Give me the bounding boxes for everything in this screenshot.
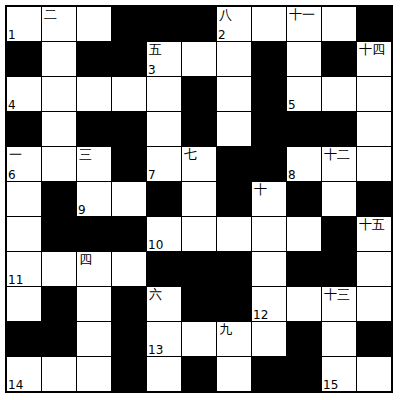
block-cell-1-3 <box>112 42 146 76</box>
cell-10-4[interactable] <box>147 357 181 391</box>
block-cell-6-9 <box>322 217 356 251</box>
across-clue-number: 11 <box>8 274 23 286</box>
block-cell-0-10 <box>357 7 391 41</box>
cell-9-5[interactable] <box>182 322 216 356</box>
down-clue-number: 十 <box>254 182 267 197</box>
cell-6-10[interactable]: 十五 <box>357 217 391 251</box>
block-cell-3-7 <box>252 112 286 146</box>
across-clue-number: 12 <box>253 309 268 321</box>
block-cell-10-3 <box>112 357 146 391</box>
cell-10-1[interactable] <box>42 357 76 391</box>
block-cell-9-10 <box>357 322 391 356</box>
block-cell-3-3 <box>112 112 146 146</box>
cell-8-8[interactable] <box>287 287 321 321</box>
block-cell-9-0 <box>7 322 41 356</box>
cell-1-4[interactable]: 五3 <box>147 42 181 76</box>
across-clue-number: 3 <box>148 64 156 76</box>
cell-2-8[interactable]: 5 <box>287 77 321 111</box>
cell-0-8[interactable]: 十一 <box>287 7 321 41</box>
block-cell-9-1 <box>42 322 76 356</box>
block-cell-0-5 <box>182 7 216 41</box>
cell-5-3[interactable] <box>112 182 146 216</box>
cell-4-2[interactable]: 三 <box>77 147 111 181</box>
across-clue-number: 9 <box>78 204 86 216</box>
down-clue-number: 十一 <box>289 7 315 22</box>
cell-5-5[interactable] <box>182 182 216 216</box>
cell-7-3[interactable] <box>112 252 146 286</box>
cell-5-0[interactable] <box>7 182 41 216</box>
cell-1-1[interactable] <box>42 42 76 76</box>
block-cell-7-9 <box>322 252 356 286</box>
across-clue-number: 10 <box>148 239 163 251</box>
block-cell-2-5 <box>182 77 216 111</box>
across-clue-number: 6 <box>8 169 16 181</box>
down-clue-number: 九 <box>219 322 232 337</box>
block-cell-10-8 <box>287 357 321 391</box>
cell-6-6[interactable] <box>217 217 251 251</box>
block-cell-3-5 <box>182 112 216 146</box>
block-cell-8-3 <box>112 287 146 321</box>
block-cell-1-0 <box>7 42 41 76</box>
block-cell-3-2 <box>77 112 111 146</box>
cell-0-1[interactable]: 二 <box>42 7 76 41</box>
cell-5-7[interactable]: 十 <box>252 182 286 216</box>
block-cell-6-3 <box>112 217 146 251</box>
cell-8-2[interactable] <box>77 287 111 321</box>
cell-6-8[interactable] <box>287 217 321 251</box>
cell-0-7[interactable] <box>252 7 286 41</box>
cell-8-4[interactable]: 六 <box>147 287 181 321</box>
cell-10-6[interactable] <box>217 357 251 391</box>
cell-4-0[interactable]: 一6 <box>7 147 41 181</box>
block-cell-7-5 <box>182 252 216 286</box>
cell-8-9[interactable]: 十三 <box>322 287 356 321</box>
cell-8-10[interactable] <box>357 287 391 321</box>
down-clue-number: 三 <box>79 147 92 162</box>
cell-9-6[interactable]: 九 <box>217 322 251 356</box>
down-clue-number: 六 <box>149 287 162 302</box>
cell-6-5[interactable] <box>182 217 216 251</box>
cell-6-0[interactable] <box>7 217 41 251</box>
cell-9-2[interactable] <box>77 322 111 356</box>
cell-2-0[interactable]: 4 <box>7 77 41 111</box>
across-clue-number: 2 <box>218 29 226 41</box>
across-clue-number: 8 <box>288 169 296 181</box>
block-cell-4-6 <box>217 147 251 181</box>
across-clue-number: 14 <box>8 379 23 391</box>
block-cell-1-7 <box>252 42 286 76</box>
block-cell-7-6 <box>217 252 251 286</box>
block-cell-0-3 <box>112 7 146 41</box>
cell-7-0[interactable]: 11 <box>7 252 41 286</box>
down-clue-number: 十五 <box>359 217 385 232</box>
block-cell-8-1 <box>42 287 76 321</box>
block-cell-5-1 <box>42 182 76 216</box>
block-cell-8-5 <box>182 287 216 321</box>
cell-10-9[interactable]: 15 <box>322 357 356 391</box>
block-cell-10-7 <box>252 357 286 391</box>
block-cell-0-4 <box>147 7 181 41</box>
cell-0-6[interactable]: 八2 <box>217 7 251 41</box>
block-cell-1-9 <box>322 42 356 76</box>
cell-2-6[interactable] <box>217 77 251 111</box>
block-cell-4-3 <box>112 147 146 181</box>
block-cell-5-4 <box>147 182 181 216</box>
cell-2-10[interactable] <box>357 77 391 111</box>
down-clue-number: 十三 <box>324 287 350 302</box>
cell-9-7[interactable] <box>252 322 286 356</box>
cell-0-9[interactable] <box>322 7 356 41</box>
cell-10-2[interactable] <box>77 357 111 391</box>
block-cell-7-8 <box>287 252 321 286</box>
cell-0-2[interactable] <box>77 7 111 41</box>
cell-2-3[interactable] <box>112 77 146 111</box>
cell-6-7[interactable] <box>252 217 286 251</box>
crossword-grid: 1二八2十一五3十四45一6三7七8十二9十10十五11四六12十三13九141… <box>5 5 393 393</box>
cell-7-2[interactable]: 四 <box>77 252 111 286</box>
cell-10-10[interactable] <box>357 357 391 391</box>
cell-2-2[interactable] <box>77 77 111 111</box>
block-cell-8-6 <box>217 287 251 321</box>
cell-3-10[interactable] <box>357 112 391 146</box>
cell-0-0[interactable]: 1 <box>7 7 41 41</box>
cell-4-4[interactable]: 7 <box>147 147 181 181</box>
down-clue-number: 二 <box>44 7 57 22</box>
cell-2-9[interactable] <box>322 77 356 111</box>
across-clue-number: 7 <box>148 169 156 181</box>
cell-4-9[interactable]: 十二 <box>322 147 356 181</box>
block-cell-9-8 <box>287 322 321 356</box>
across-clue-number: 15 <box>323 379 338 391</box>
cell-2-1[interactable] <box>42 77 76 111</box>
cell-5-2[interactable]: 9 <box>77 182 111 216</box>
cell-4-10[interactable] <box>357 147 391 181</box>
block-cell-4-7 <box>252 147 286 181</box>
block-cell-5-6 <box>217 182 251 216</box>
down-clue-number: 四 <box>79 252 92 267</box>
cell-1-6[interactable] <box>217 42 251 76</box>
cell-3-4[interactable] <box>147 112 181 146</box>
cell-6-4[interactable]: 10 <box>147 217 181 251</box>
down-clue-number: 五 <box>149 42 162 57</box>
block-cell-7-4 <box>147 252 181 286</box>
cell-1-8[interactable] <box>287 42 321 76</box>
cell-3-1[interactable] <box>42 112 76 146</box>
cell-7-7[interactable] <box>252 252 286 286</box>
block-cell-5-10 <box>357 182 391 216</box>
cell-4-5[interactable]: 七 <box>182 147 216 181</box>
block-cell-1-2 <box>77 42 111 76</box>
cell-9-4[interactable]: 13 <box>147 322 181 356</box>
block-cell-3-8 <box>287 112 321 146</box>
cell-7-1[interactable] <box>42 252 76 286</box>
down-clue-number: 十四 <box>359 42 385 57</box>
cell-5-9[interactable] <box>322 182 356 216</box>
block-cell-10-5 <box>182 357 216 391</box>
down-clue-number: 七 <box>184 147 197 162</box>
cell-8-0[interactable] <box>7 287 41 321</box>
cell-1-5[interactable] <box>182 42 216 76</box>
down-clue-number: 十二 <box>324 147 350 162</box>
block-cell-6-1 <box>42 217 76 251</box>
cell-1-10[interactable]: 十四 <box>357 42 391 76</box>
cell-3-6[interactable] <box>217 112 251 146</box>
block-cell-9-3 <box>112 322 146 356</box>
across-clue-number: 13 <box>148 344 163 356</box>
cell-7-10[interactable] <box>357 252 391 286</box>
down-clue-number: 八 <box>219 7 232 22</box>
down-clue-number: 一 <box>9 147 22 162</box>
cell-4-8[interactable]: 8 <box>287 147 321 181</box>
cell-4-1[interactable] <box>42 147 76 181</box>
across-clue-number: 5 <box>288 99 296 111</box>
block-cell-6-2 <box>77 217 111 251</box>
block-cell-3-0 <box>7 112 41 146</box>
block-cell-5-8 <box>287 182 321 216</box>
cell-10-0[interactable]: 14 <box>7 357 41 391</box>
cell-8-7[interactable]: 12 <box>252 287 286 321</box>
cell-2-4[interactable] <box>147 77 181 111</box>
cell-9-9[interactable] <box>322 322 356 356</box>
across-clue-number: 4 <box>8 99 16 111</box>
across-clue-number: 1 <box>8 29 16 41</box>
block-cell-2-7 <box>252 77 286 111</box>
block-cell-3-9 <box>322 112 356 146</box>
